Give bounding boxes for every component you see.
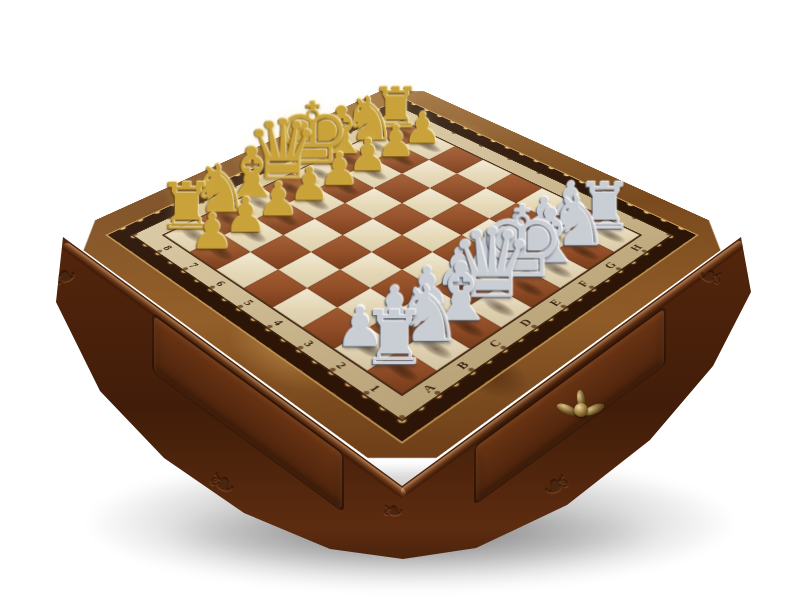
white-rook-icon: ♜	[341, 301, 447, 376]
pieces-layer: ♜♞♝♛♚♝♞♜♟♟♟♟♟♟♟♟♟♟♟♟♟♟♟♟♜♞♝♛♚♝♞♜	[63, 81, 742, 483]
product-photo: ❧ ❧ ❧ ❧ ❧ ABCDEFGH12345678 ♜♞♝♛♚♝♞♜♟♟♟♟♟…	[0, 0, 800, 600]
black-pawn-icon: ♟	[166, 207, 258, 256]
board-3d-scene: ABCDEFGH12345678 ♜♞♝♛♚♝♞♜♟♟♟♟♟♟♟♟♟♟♟♟♟♟♟…	[0, 0, 800, 600]
board-assembly: ABCDEFGH12345678 ♜♞♝♛♚♝♞♜♟♟♟♟♟♟♟♟♟♟♟♟♟♟♟…	[63, 81, 742, 483]
